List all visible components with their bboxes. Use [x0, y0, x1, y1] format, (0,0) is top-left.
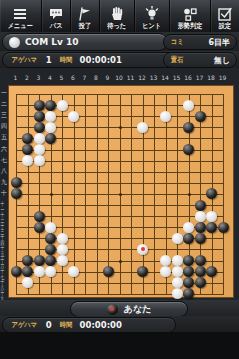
black-stone — [183, 255, 194, 266]
row-label: 五 — [0, 134, 8, 140]
black-captures-value: 0 — [46, 320, 52, 330]
toolbar-button-label: 投了 — [79, 22, 91, 30]
toolbar-button-label: ヒント — [142, 22, 161, 30]
white-stone-icon — [9, 37, 20, 48]
shapes-icon — [182, 5, 198, 22]
handicap-value: 無し — [214, 55, 230, 66]
black-time-label: 時間 — [59, 320, 72, 330]
black-player-name: あなた — [124, 303, 152, 316]
col-label: 12 — [137, 75, 148, 81]
white-player-name: COM Lv 10 — [25, 37, 79, 47]
col-label: 2 — [22, 75, 33, 81]
black-stone — [218, 222, 229, 233]
white-stone — [34, 133, 45, 144]
black-stone — [34, 100, 45, 111]
col-label: 16 — [183, 75, 194, 81]
last-move-marker — [141, 247, 145, 251]
go-app-screen: メニューパス投了待ったヒント形勢判定設定 COM Lv 10 コミ 6目半 アゲ… — [0, 0, 239, 359]
black-stone — [45, 244, 56, 255]
row-label: 六 — [0, 146, 8, 152]
white-stone — [172, 288, 183, 299]
white-captures-row: アゲハマ 1 時間 00:00:01 置石 無し — [0, 51, 239, 68]
toolbar-button-label: 形勢判定 — [177, 22, 202, 30]
handicap-pill: 置石 無し — [163, 52, 237, 68]
toolbar-button-5[interactable]: ヒント — [135, 0, 170, 32]
col-label: 15 — [171, 75, 182, 81]
grid-vline — [223, 94, 224, 295]
white-stone — [160, 111, 171, 122]
col-label: 1 — [10, 75, 21, 81]
white-stone — [45, 222, 56, 233]
row-label: 八 — [0, 168, 8, 174]
toolbar-button-1[interactable]: メニュー — [0, 0, 42, 32]
black-player-row: あなた — [0, 300, 239, 316]
black-stone — [183, 144, 194, 155]
white-stone — [45, 122, 56, 133]
black-stone — [22, 255, 33, 266]
toolbar: メニューパス投了待ったヒント形勢判定設定 — [0, 0, 239, 33]
white-captures-value: 1 — [46, 55, 52, 65]
star-point — [188, 193, 191, 196]
star-point — [119, 126, 122, 129]
col-label: 3 — [33, 75, 44, 81]
black-stone — [11, 188, 22, 199]
white-time-value: 00:00:01 — [80, 55, 122, 65]
black-stone — [11, 266, 22, 277]
row-label: 四 — [0, 123, 8, 129]
black-stone — [34, 222, 45, 233]
white-stone — [195, 211, 206, 222]
row-label: 三 — [0, 112, 8, 118]
col-label: 6 — [68, 75, 79, 81]
black-stone — [183, 277, 194, 288]
flag-icon — [77, 5, 93, 22]
toolbar-button-3[interactable]: 投了 — [71, 0, 100, 32]
col-label: 8 — [91, 75, 102, 81]
toolbar-button-label: パス — [50, 22, 63, 30]
speech-bubble-icon — [48, 5, 64, 22]
col-label: 5 — [56, 75, 67, 81]
white-time-label: 時間 — [59, 55, 72, 65]
black-stone — [11, 177, 22, 188]
black-stone — [195, 233, 206, 244]
go-board[interactable] — [8, 85, 234, 298]
black-stone — [195, 266, 206, 277]
black-stone — [183, 233, 194, 244]
black-stone-icon — [107, 304, 118, 315]
black-stone — [195, 277, 206, 288]
black-stone — [22, 133, 33, 144]
star-point — [119, 260, 122, 263]
black-stone — [34, 122, 45, 133]
black-stone — [45, 255, 56, 266]
white-stone — [34, 155, 45, 166]
black-player-pill: あなた — [70, 301, 188, 317]
white-captures-label: アゲハマ — [11, 55, 37, 65]
toolbar-button-6[interactable]: 形勢判定 — [170, 0, 211, 32]
white-stone — [183, 222, 194, 233]
black-captures-label: アゲハマ — [11, 320, 37, 330]
row-label: 九 — [0, 179, 8, 185]
white-stone — [68, 266, 79, 277]
white-stone — [172, 233, 183, 244]
white-stone — [34, 266, 45, 277]
col-label: 7 — [79, 75, 90, 81]
white-stone — [57, 255, 68, 266]
white-stone — [160, 255, 171, 266]
col-label: 9 — [102, 75, 113, 81]
bottom-spacer — [0, 332, 239, 359]
black-stone — [22, 266, 33, 277]
col-label: 14 — [160, 75, 171, 81]
black-stone — [206, 222, 217, 233]
white-stone — [22, 277, 33, 288]
row-label: 二 — [0, 101, 8, 107]
black-captures-row: アゲハマ 0 時間 00:00:00 — [0, 316, 239, 332]
toolbar-button-label: 設定 — [219, 22, 231, 30]
white-stone — [22, 155, 33, 166]
toolbar-button-label: 待った — [108, 22, 127, 30]
white-stone — [172, 277, 183, 288]
col-label: 13 — [148, 75, 159, 81]
row-label: 十 — [0, 190, 8, 196]
white-stone — [137, 244, 148, 255]
black-stone — [183, 266, 194, 277]
white-stone — [206, 211, 217, 222]
black-stone — [183, 288, 194, 299]
checkbox-pencil-icon — [217, 5, 233, 22]
row-label: 七 — [0, 157, 8, 163]
black-stone — [195, 111, 206, 122]
black-stone — [22, 144, 33, 155]
grid-vline — [131, 94, 132, 295]
star-point — [119, 193, 122, 196]
black-captures-pill: アゲハマ 0 時間 00:00:00 — [2, 317, 176, 333]
grid-vline — [154, 94, 155, 295]
black-stone — [195, 200, 206, 211]
komi-label: コミ — [171, 37, 184, 47]
white-stone — [183, 100, 194, 111]
black-stone — [183, 122, 194, 133]
black-stone — [206, 266, 217, 277]
toolbar-button-4[interactable]: 待った — [100, 0, 135, 32]
black-stone — [137, 266, 148, 277]
white-stone — [160, 266, 171, 277]
star-point — [50, 193, 53, 196]
col-label: 18 — [206, 75, 217, 81]
menu-icon — [12, 5, 28, 22]
black-stone — [45, 233, 56, 244]
white-player-pill: COM Lv 10 — [2, 33, 168, 51]
hand-icon — [109, 5, 125, 22]
black-stone — [34, 111, 45, 122]
white-stone — [172, 255, 183, 266]
turn-marker-dot — [110, 307, 114, 311]
black-stone — [195, 222, 206, 233]
col-label: 10 — [114, 75, 125, 81]
toolbar-button-2[interactable]: パス — [42, 0, 71, 32]
black-time-value: 00:00:00 — [80, 320, 122, 330]
white-stone — [45, 111, 56, 122]
board-surround: 12345678910111213141516171819一二三四五六七八九十十… — [0, 68, 239, 300]
white-stone — [57, 244, 68, 255]
komi-pill: コミ 6目半 — [163, 34, 237, 50]
col-label: 19 — [217, 75, 228, 81]
toolbar-button-7[interactable]: 設定 — [211, 0, 239, 32]
white-captures-pill: アゲハマ 1 時間 00:00:01 — [2, 52, 176, 68]
white-stone — [172, 266, 183, 277]
col-label: 4 — [45, 75, 56, 81]
handicap-label: 置石 — [171, 55, 184, 65]
grid-hline — [16, 216, 224, 217]
lightbulb-icon — [143, 5, 161, 22]
col-label: 11 — [125, 75, 136, 81]
white-stone — [34, 144, 45, 155]
toolbar-button-label: メニュー — [8, 22, 33, 30]
black-stone — [45, 133, 56, 144]
row-label: 一 — [0, 90, 8, 96]
white-stone — [137, 122, 148, 133]
white-stone — [68, 111, 79, 122]
black-stone — [206, 188, 217, 199]
black-stone — [195, 255, 206, 266]
black-stone — [103, 266, 114, 277]
white-stone — [57, 233, 68, 244]
white-stone — [57, 100, 68, 111]
white-stone — [45, 266, 56, 277]
col-label: 17 — [194, 75, 205, 81]
black-stone — [45, 100, 56, 111]
white-player-row: COM Lv 10 コミ 6目半 — [0, 32, 239, 51]
black-stone — [34, 255, 45, 266]
grid-hline — [16, 205, 224, 206]
black-stone — [34, 211, 45, 222]
komi-value: 6目半 — [208, 37, 230, 48]
